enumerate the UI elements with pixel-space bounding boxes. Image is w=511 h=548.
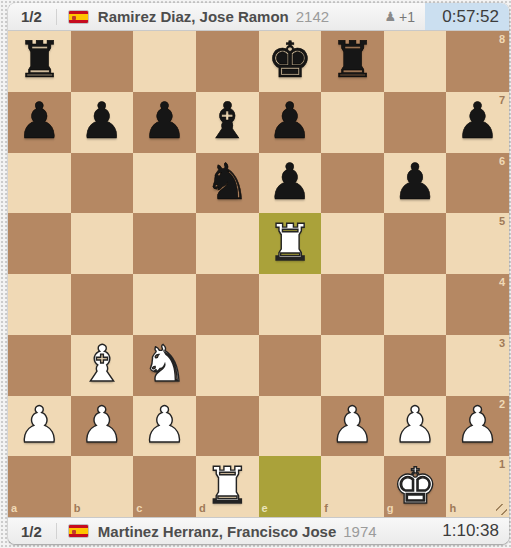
coordinate-file-h: h — [449, 503, 456, 514]
square-e6[interactable]: ♟ — [259, 153, 322, 214]
square-d6[interactable]: ♞ — [196, 153, 259, 214]
coordinate-rank-4: 4 — [499, 277, 505, 288]
divider — [56, 523, 57, 539]
square-b4[interactable] — [71, 274, 134, 335]
square-h3[interactable]: 3 — [446, 335, 509, 396]
square-a6[interactable] — [8, 153, 71, 214]
resize-handle-icon[interactable] — [496, 504, 507, 515]
square-b5[interactable] — [71, 213, 134, 274]
square-f8[interactable]: ♜ — [321, 31, 384, 92]
piece-black-rook: ♜ — [330, 35, 375, 85]
square-b6[interactable] — [71, 153, 134, 214]
square-g2[interactable]: ♟ — [384, 396, 447, 457]
coordinate-rank-3: 3 — [499, 338, 505, 349]
square-e8[interactable]: ♚ — [259, 31, 322, 92]
square-h8[interactable]: 8 — [446, 31, 509, 92]
square-b8[interactable] — [71, 31, 134, 92]
pawn-icon: ♟ — [384, 10, 396, 23]
square-e4[interactable] — [259, 274, 322, 335]
top-player-name: Ramirez Diaz, Jose Ramon — [98, 8, 289, 25]
piece-white-rook: ♜ — [205, 461, 250, 511]
coordinate-rank-2: 2 — [499, 399, 505, 410]
coordinate-file-b: b — [74, 503, 81, 514]
square-g6[interactable]: ♟ — [384, 153, 447, 214]
coordinate-file-g: g — [387, 503, 394, 514]
page-background: 1/2 Ramirez Diaz, Jose Ramon 2142 ♟ +1 0… — [0, 0, 511, 548]
top-player-rating: 2142 — [296, 8, 329, 25]
square-f1[interactable]: f — [321, 456, 384, 517]
piece-white-knight: ♞ — [142, 339, 187, 389]
square-a2[interactable]: ♟ — [8, 396, 71, 457]
coordinate-file-a: a — [11, 503, 17, 514]
top-player-clock: 0:57:52 — [425, 3, 509, 30]
square-b3[interactable]: ♝ — [71, 335, 134, 396]
piece-black-king: ♚ — [267, 35, 312, 85]
bottom-player-clock: 1:10:38 — [425, 518, 509, 544]
square-d3[interactable] — [196, 335, 259, 396]
square-e3[interactable] — [259, 335, 322, 396]
square-c4[interactable] — [133, 274, 196, 335]
coordinate-rank-6: 6 — [499, 156, 505, 167]
piece-white-rook: ♜ — [267, 218, 312, 268]
piece-white-pawn: ♟ — [455, 400, 500, 450]
square-e2[interactable] — [259, 396, 322, 457]
square-h6[interactable]: 6 — [446, 153, 509, 214]
piece-black-pawn: ♟ — [267, 157, 312, 207]
square-g4[interactable] — [384, 274, 447, 335]
square-a3[interactable] — [8, 335, 71, 396]
coordinate-rank-1: 1 — [499, 459, 505, 470]
coordinate-file-c: c — [136, 503, 142, 514]
square-b2[interactable]: ♟ — [71, 396, 134, 457]
piece-black-pawn: ♟ — [393, 157, 438, 207]
square-f7[interactable] — [321, 92, 384, 153]
piece-black-pawn: ♟ — [17, 96, 62, 146]
piece-white-king: ♚ — [393, 461, 438, 511]
spain-flag-icon — [68, 524, 89, 538]
top-player-score: 1/2 — [8, 8, 56, 25]
piece-black-pawn: ♟ — [267, 96, 312, 146]
square-f2[interactable]: ♟ — [321, 396, 384, 457]
piece-black-pawn: ♟ — [455, 96, 500, 146]
piece-white-pawn: ♟ — [17, 400, 62, 450]
square-a8[interactable]: ♜ — [8, 31, 71, 92]
square-h2[interactable]: ♟2 — [446, 396, 509, 457]
piece-white-pawn: ♟ — [142, 400, 187, 450]
coordinate-file-d: d — [199, 503, 206, 514]
square-c5[interactable] — [133, 213, 196, 274]
square-h7[interactable]: ♟7 — [446, 92, 509, 153]
square-g3[interactable] — [384, 335, 447, 396]
square-f3[interactable] — [321, 335, 384, 396]
piece-black-bishop: ♝ — [205, 96, 250, 146]
piece-black-rook: ♜ — [17, 35, 62, 85]
game-widget: 1/2 Ramirez Diaz, Jose Ramon 2142 ♟ +1 0… — [8, 3, 509, 544]
piece-white-pawn: ♟ — [330, 400, 375, 450]
spain-flag-icon — [68, 10, 89, 24]
square-h5[interactable]: 5 — [446, 213, 509, 274]
square-c8[interactable] — [133, 31, 196, 92]
square-g5[interactable] — [384, 213, 447, 274]
square-c3[interactable]: ♞ — [133, 335, 196, 396]
square-c2[interactable]: ♟ — [133, 396, 196, 457]
square-d8[interactable] — [196, 31, 259, 92]
bottom-player-name: Martinez Herranz, Francisco Jose — [98, 523, 336, 540]
square-c7[interactable]: ♟ — [133, 92, 196, 153]
square-d4[interactable] — [196, 274, 259, 335]
square-d2[interactable] — [196, 396, 259, 457]
square-d1[interactable]: ♜d — [196, 456, 259, 517]
bottom-player-rating: 1974 — [343, 523, 376, 540]
material-advantage-value: +1 — [399, 9, 415, 25]
piece-white-pawn: ♟ — [393, 400, 438, 450]
square-a4[interactable] — [8, 274, 71, 335]
square-c1[interactable]: c — [133, 456, 196, 517]
top-player-bar: 1/2 Ramirez Diaz, Jose Ramon 2142 ♟ +1 0… — [8, 3, 509, 31]
square-b1[interactable]: b — [71, 456, 134, 517]
square-a1[interactable]: a — [8, 456, 71, 517]
coordinate-rank-7: 7 — [499, 95, 505, 106]
coordinate-file-e: e — [262, 503, 268, 514]
bottom-player-bar: 1/2 Martinez Herranz, Francisco Jose 197… — [8, 517, 509, 544]
square-d5[interactable] — [196, 213, 259, 274]
material-advantage: ♟ +1 — [384, 9, 415, 25]
square-h4[interactable]: 4 — [446, 274, 509, 335]
square-a7[interactable]: ♟ — [8, 92, 71, 153]
piece-white-bishop: ♝ — [80, 339, 125, 389]
piece-black-pawn: ♟ — [142, 96, 187, 146]
square-e5[interactable]: ♜ — [259, 213, 322, 274]
square-d7[interactable]: ♝ — [196, 92, 259, 153]
square-f4[interactable] — [321, 274, 384, 335]
square-g8[interactable] — [384, 31, 447, 92]
piece-black-pawn: ♟ — [80, 96, 125, 146]
bottom-player-score: 1/2 — [8, 523, 56, 540]
square-f5[interactable] — [321, 213, 384, 274]
coordinate-rank-8: 8 — [499, 34, 505, 45]
coordinate-rank-5: 5 — [499, 216, 505, 227]
piece-black-knight: ♞ — [205, 157, 250, 207]
divider — [56, 9, 57, 25]
square-e1[interactable]: e — [259, 456, 322, 517]
square-c6[interactable] — [133, 153, 196, 214]
coordinate-file-f: f — [324, 503, 328, 514]
chess-board: ♜♚♜8♟♟♟♝♟♟7♞♟♟6♜54♝♞3♟♟♟♟♟♟2abc♜def♚gh1 — [8, 31, 509, 517]
square-a5[interactable] — [8, 213, 71, 274]
square-e7[interactable]: ♟ — [259, 92, 322, 153]
square-g7[interactable] — [384, 92, 447, 153]
square-b7[interactable]: ♟ — [71, 92, 134, 153]
piece-white-pawn: ♟ — [80, 400, 125, 450]
square-f6[interactable] — [321, 153, 384, 214]
square-g1[interactable]: ♚g — [384, 456, 447, 517]
